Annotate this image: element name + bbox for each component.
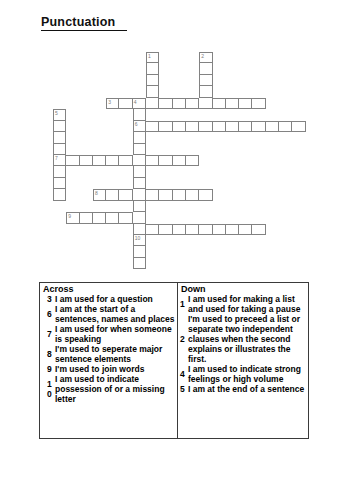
worksheet-page: Punctuation 12345678910 Across 3I am use… — [0, 0, 353, 500]
across-clues-list: 3I am used for a question6I am at the st… — [42, 294, 175, 404]
grid-cell[interactable] — [199, 86, 212, 97]
grid-cell[interactable] — [53, 144, 66, 155]
clue-text: I am used for when someone is speaking — [55, 324, 175, 344]
grid-cell[interactable] — [252, 121, 265, 132]
clue-text: I'm used to join words — [55, 364, 175, 374]
clue-item: 3I am used for a question — [42, 294, 175, 304]
grid-cell[interactable]: 2 — [199, 52, 212, 63]
clue-item: 2I'm used to preceed a list or separate … — [180, 314, 306, 364]
grid-cell[interactable] — [159, 98, 172, 109]
grid-cell[interactable] — [146, 224, 159, 235]
page-title: Punctuation — [41, 15, 127, 31]
grid-cell[interactable] — [186, 121, 199, 132]
grid-cell[interactable] — [146, 86, 159, 97]
cell-number: 1 — [148, 53, 151, 59]
across-clues-column: Across 3I am used for a question6I am at… — [40, 283, 177, 438]
grid-cell[interactable] — [173, 98, 186, 109]
clue-text: I'm used to preceed a list or separate t… — [188, 314, 306, 364]
grid-cell[interactable] — [213, 98, 226, 109]
grid-cell[interactable] — [199, 121, 212, 132]
grid-cell[interactable] — [146, 63, 159, 74]
clue-item: 8I'm used to seperate major sentence ele… — [42, 344, 175, 364]
clue-number: 5 — [180, 384, 188, 394]
grid-cell[interactable]: 4 — [133, 98, 146, 109]
grid-cell[interactable] — [173, 189, 186, 200]
clue-text: I am at the start of a sentences, names … — [55, 304, 175, 324]
clue-item: 10I am used to indicate possession of or… — [42, 374, 175, 404]
grid-cell[interactable] — [133, 178, 146, 189]
grid-cell[interactable] — [226, 224, 239, 235]
clue-number: 8 — [47, 349, 55, 359]
grid-cell[interactable] — [159, 189, 172, 200]
grid-cell[interactable] — [199, 189, 212, 200]
grid-cell[interactable] — [53, 178, 66, 189]
clue-item: 1I am used for making a list and used fo… — [180, 294, 306, 314]
clue-number: 10 — [47, 379, 55, 399]
clue-text: I am used for making a list and used for… — [188, 294, 306, 314]
grid-cell[interactable] — [133, 246, 146, 257]
grid-cell[interactable] — [252, 224, 265, 235]
down-header: Down — [180, 284, 306, 294]
grid-cell[interactable] — [146, 155, 159, 166]
cell-number: 3 — [108, 99, 111, 105]
grid-cell[interactable] — [133, 258, 146, 269]
grid-cell[interactable]: 10 — [133, 235, 146, 246]
cell-number: 4 — [134, 99, 137, 105]
down-clues-list: 1I am used for making a list and used fo… — [180, 294, 306, 394]
cell-number: 6 — [135, 121, 138, 127]
grid-cell[interactable] — [146, 98, 159, 109]
grid-cell[interactable] — [53, 166, 66, 177]
down-clues-column: Down 1I am used for making a list and us… — [177, 283, 308, 438]
crossword-grid: 12345678910 — [53, 52, 306, 269]
grid-cell[interactable] — [53, 121, 66, 132]
grid-cell[interactable]: 7 — [53, 155, 66, 166]
grid-cell[interactable] — [199, 75, 212, 86]
grid-cell[interactable] — [199, 98, 212, 109]
grid-cell[interactable] — [159, 121, 172, 132]
clue-number: 9 — [47, 364, 55, 374]
grid-cell[interactable] — [239, 98, 252, 109]
grid-cell[interactable] — [133, 166, 146, 177]
grid-cell[interactable] — [292, 121, 305, 132]
clue-number: 7 — [47, 329, 55, 339]
grid-cell[interactable] — [119, 212, 132, 223]
grid-cell[interactable]: 1 — [146, 52, 159, 63]
grid-cell[interactable] — [213, 224, 226, 235]
grid-cell[interactable] — [186, 224, 199, 235]
cell-number: 2 — [201, 53, 204, 59]
grid-cell[interactable] — [133, 189, 146, 200]
grid-cell[interactable] — [239, 121, 252, 132]
cell-number: 8 — [95, 190, 98, 196]
grid-cell[interactable]: 5 — [53, 109, 66, 120]
clue-item: 6I am at the start of a sentences, names… — [42, 304, 175, 324]
grid-cell[interactable] — [133, 155, 146, 166]
clue-number: 1 — [180, 299, 188, 309]
grid-cell[interactable] — [173, 155, 186, 166]
grid-cell[interactable]: 8 — [93, 189, 106, 200]
grid-cell[interactable] — [133, 144, 146, 155]
grid-cell[interactable] — [252, 98, 265, 109]
cell-number: 7 — [55, 155, 58, 161]
grid-cell[interactable] — [133, 224, 146, 235]
clue-item: 7I am used for when someone is speaking — [42, 324, 175, 344]
cell-number: 9 — [68, 213, 71, 219]
clue-text: I am used for a question — [55, 294, 175, 304]
grid-cell[interactable] — [199, 63, 212, 74]
clue-text: I am used to indicate possession of or a… — [55, 374, 175, 404]
clue-box: Across 3I am used for a question6I am at… — [39, 282, 309, 439]
grid-cell[interactable] — [146, 189, 159, 200]
grid-cell[interactable] — [199, 224, 212, 235]
clue-item: 4I am used to indicate strong feelings o… — [180, 364, 306, 384]
grid-cell[interactable] — [133, 212, 146, 223]
grid-cell[interactable] — [159, 224, 172, 235]
grid-cell[interactable] — [173, 224, 186, 235]
grid-cell[interactable] — [133, 109, 146, 120]
grid-cell[interactable] — [119, 189, 132, 200]
grid-cell[interactable] — [93, 155, 106, 166]
clue-number: 2 — [180, 334, 188, 344]
cell-number: 5 — [55, 110, 58, 116]
grid-cell[interactable] — [106, 212, 119, 223]
grid-cell[interactable] — [146, 75, 159, 86]
grid-cell[interactable] — [133, 132, 146, 143]
clue-text: I'm used to seperate major sentence elem… — [55, 344, 175, 364]
grid-cell[interactable] — [53, 132, 66, 143]
grid-cell[interactable] — [53, 189, 66, 200]
grid-cell[interactable] — [133, 201, 146, 212]
clue-text: I am used to indicate strong feelings or… — [188, 364, 306, 384]
grid-cell[interactable] — [186, 98, 199, 109]
across-header: Across — [42, 284, 175, 294]
grid-cell[interactable] — [66, 155, 79, 166]
grid-cell[interactable] — [159, 155, 172, 166]
grid-cell[interactable] — [119, 155, 132, 166]
grid-cell[interactable]: 9 — [66, 212, 79, 223]
grid-cell[interactable] — [146, 121, 159, 132]
grid-cell[interactable] — [80, 212, 93, 223]
grid-cell[interactable] — [173, 121, 186, 132]
cell-number: 10 — [135, 235, 141, 241]
clue-number: 3 — [47, 294, 55, 304]
clue-number: 6 — [47, 309, 55, 319]
grid-cell[interactable] — [239, 224, 252, 235]
grid-cell[interactable] — [80, 155, 93, 166]
grid-cell[interactable] — [106, 189, 119, 200]
grid-cell[interactable] — [106, 155, 119, 166]
grid-cell[interactable] — [186, 155, 199, 166]
grid-cell[interactable] — [266, 121, 279, 132]
grid-cell[interactable] — [186, 189, 199, 200]
clue-number: 4 — [180, 369, 188, 379]
clue-item: 5I am at the end of a sentence — [180, 384, 306, 394]
clue-item: 9I'm used to join words — [42, 364, 175, 374]
grid-cell[interactable] — [279, 121, 292, 132]
grid-cell[interactable] — [226, 98, 239, 109]
grid-cell[interactable] — [119, 98, 132, 109]
clue-text: I am at the end of a sentence — [188, 384, 306, 394]
grid-cell[interactable] — [93, 212, 106, 223]
grid-cell[interactable] — [213, 121, 226, 132]
grid-cell[interactable]: 6 — [133, 121, 146, 132]
grid-cell[interactable]: 3 — [106, 98, 119, 109]
grid-cell[interactable] — [226, 121, 239, 132]
